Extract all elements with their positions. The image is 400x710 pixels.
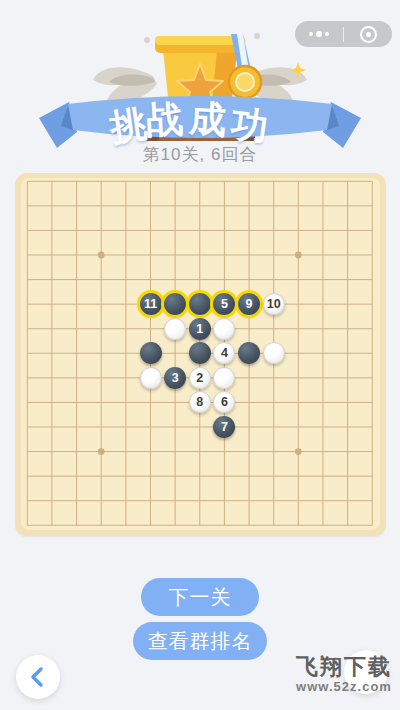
sparkle-dot [144, 37, 150, 43]
move-number: 10 [267, 297, 281, 311]
share-button[interactable] [344, 650, 388, 694]
more-options-button[interactable] [295, 21, 343, 47]
move-number: 8 [196, 395, 203, 409]
white-stone [263, 342, 285, 364]
white-stone [140, 367, 162, 389]
level-round-subtitle: 第10关, 6回合 [0, 143, 400, 166]
move-number: 1 [196, 322, 203, 336]
star-point [295, 448, 302, 455]
banner-char: 成 [188, 94, 228, 146]
app-screen: 挑 战 成 功 第10关, 6回合 1159101432867 下一关 查看群排… [0, 0, 400, 710]
star-point [295, 252, 302, 259]
black-stone [140, 342, 162, 364]
black-stone-move-11: 11 [140, 293, 162, 315]
wechat-capsule [295, 21, 392, 47]
move-number: 2 [196, 371, 203, 385]
white-stone-move-2: 2 [189, 367, 211, 389]
move-number: 9 [246, 297, 253, 311]
move-number: 4 [221, 346, 228, 360]
sparkle-dot [254, 33, 260, 39]
banner-char: 战 [145, 94, 185, 146]
gomoku-board: 1159101432867 [15, 173, 386, 536]
white-stone-move-10: 10 [263, 293, 285, 315]
three-dots-icon [309, 31, 329, 37]
star-point [98, 252, 105, 259]
move-number: 11 [144, 297, 157, 311]
exit-button[interactable] [344, 21, 392, 47]
black-stone-move-1: 1 [189, 318, 211, 340]
target-circle-icon [360, 26, 377, 43]
black-stone [189, 293, 211, 315]
move-number: 6 [221, 395, 228, 409]
move-number: 3 [172, 371, 179, 385]
white-stone [164, 318, 186, 340]
star-point [98, 448, 105, 455]
black-stone [189, 342, 211, 364]
next-level-button[interactable]: 下一关 [141, 578, 259, 616]
move-number: 7 [221, 420, 228, 434]
chevron-left-icon [28, 665, 48, 689]
black-stone-move-3: 3 [164, 367, 186, 389]
group-ranking-button[interactable]: 查看群排名 [133, 622, 267, 660]
back-button[interactable] [16, 655, 60, 699]
move-number: 5 [221, 297, 228, 311]
white-stone [213, 318, 235, 340]
